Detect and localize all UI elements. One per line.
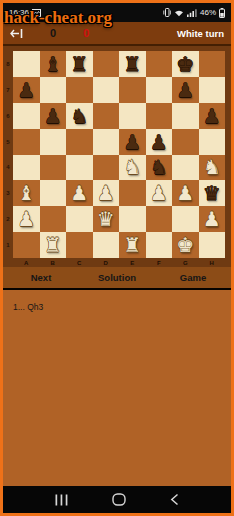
vibrate-icon — [163, 8, 171, 17]
white-rook: ♜ — [44, 235, 62, 255]
move-text: 1... Qh3 — [13, 302, 43, 312]
square-b7[interactable] — [40, 77, 67, 103]
back-icon[interactable] — [10, 28, 23, 39]
square-a7[interactable]: ♟ — [13, 77, 40, 103]
rank-label-8: 8 — [3, 51, 13, 77]
app-toolbar: 0 0 White turn — [3, 22, 231, 46]
square-b3[interactable] — [40, 180, 67, 206]
square-b4[interactable] — [40, 155, 67, 181]
square-f1[interactable] — [146, 232, 173, 258]
black-pawn: ♟ — [203, 106, 221, 126]
rank-label-6: 6 — [3, 103, 13, 129]
file-labels: ABCDEFGH — [13, 258, 225, 267]
square-d7[interactable] — [93, 77, 120, 103]
square-f3[interactable]: ♟ — [146, 180, 173, 206]
board-grid: ♝♜♜♚♟♟♟♞♟♟♟♞♞♞♝♟♟♟♟♛♟♛♟♜♜♚ — [13, 51, 225, 258]
square-c8[interactable]: ♜ — [66, 51, 93, 77]
file-label-c: C — [66, 258, 93, 267]
white-queen: ♛ — [97, 209, 115, 229]
black-pawn: ♟ — [123, 132, 141, 152]
square-e3[interactable] — [119, 180, 146, 206]
square-h2[interactable]: ♟ — [199, 206, 226, 232]
rank-labels: 87654321 — [3, 51, 13, 258]
square-g2[interactable] — [172, 206, 199, 232]
square-a1[interactable] — [13, 232, 40, 258]
square-f6[interactable] — [146, 103, 173, 129]
next-button[interactable]: Next — [3, 272, 79, 283]
black-knight: ♞ — [70, 106, 88, 126]
rank-label-5: 5 — [3, 129, 13, 155]
wifi-icon — [174, 9, 184, 17]
home-icon[interactable] — [112, 493, 126, 506]
white-pawn: ♟ — [97, 183, 115, 203]
square-e8[interactable]: ♜ — [119, 51, 146, 77]
square-f7[interactable] — [146, 77, 173, 103]
file-label-e: E — [119, 258, 146, 267]
square-f5[interactable]: ♟ — [146, 129, 173, 155]
counter-secondary: 0 — [83, 27, 89, 39]
square-a4[interactable] — [13, 155, 40, 181]
square-g1[interactable]: ♚ — [172, 232, 199, 258]
white-pawn: ♟ — [150, 183, 168, 203]
square-c2[interactable] — [66, 206, 93, 232]
square-g3[interactable]: ♟ — [172, 180, 199, 206]
square-a5[interactable] — [13, 129, 40, 155]
chess-board: 87654321 ♝♜♜♚♟♟♟♞♟♟♟♞♞♞♝♟♟♟♟♛♟♛♟♜♜♚ ABCD… — [3, 46, 231, 267]
square-b1[interactable]: ♜ — [40, 232, 67, 258]
battery-percent: 46% — [200, 8, 216, 17]
square-a8[interactable] — [13, 51, 40, 77]
move-list: 1... Qh3 — [3, 290, 231, 486]
square-f4[interactable]: ♞ — [146, 155, 173, 181]
square-h1[interactable] — [199, 232, 226, 258]
square-c7[interactable] — [66, 77, 93, 103]
square-h8[interactable] — [199, 51, 226, 77]
square-e6[interactable] — [119, 103, 146, 129]
black-king: ♚ — [176, 54, 194, 74]
rank-label-3: 3 — [3, 180, 13, 206]
black-rook: ♜ — [123, 54, 141, 74]
square-h5[interactable] — [199, 129, 226, 155]
square-e4[interactable]: ♞ — [119, 155, 146, 181]
square-g5[interactable] — [172, 129, 199, 155]
file-label-g: G — [172, 258, 199, 267]
white-pawn: ♟ — [203, 209, 221, 229]
white-pawn: ♟ — [176, 183, 194, 203]
square-g8[interactable]: ♚ — [172, 51, 199, 77]
white-knight: ♞ — [123, 157, 141, 177]
recents-icon[interactable] — [55, 494, 68, 506]
file-label-b: B — [40, 258, 67, 267]
square-d1[interactable] — [93, 232, 120, 258]
battery-icon — [219, 8, 225, 18]
square-h6[interactable]: ♟ — [199, 103, 226, 129]
square-h4[interactable]: ♞ — [199, 155, 226, 181]
square-c6[interactable]: ♞ — [66, 103, 93, 129]
square-b5[interactable] — [40, 129, 67, 155]
square-e5[interactable]: ♟ — [119, 129, 146, 155]
square-c4[interactable] — [66, 155, 93, 181]
square-d6[interactable] — [93, 103, 120, 129]
white-king: ♚ — [176, 235, 194, 255]
square-d5[interactable] — [93, 129, 120, 155]
square-e7[interactable] — [119, 77, 146, 103]
square-d2[interactable]: ♛ — [93, 206, 120, 232]
black-knight: ♞ — [150, 157, 168, 177]
black-bishop: ♝ — [44, 54, 62, 74]
black-pawn: ♟ — [150, 132, 168, 152]
square-f2[interactable] — [146, 206, 173, 232]
square-h3[interactable]: ♛ — [199, 180, 226, 206]
square-f8[interactable] — [146, 51, 173, 77]
black-queen: ♛ — [203, 183, 221, 203]
clock: 16:36 — [9, 8, 29, 17]
black-pawn: ♟ — [17, 80, 35, 100]
status-bar: 16:36 46% — [3, 3, 231, 22]
white-pawn: ♟ — [17, 209, 35, 229]
file-label-h: H — [199, 258, 226, 267]
white-knight: ♞ — [203, 157, 221, 177]
rank-label-2: 2 — [3, 206, 13, 232]
square-g6[interactable] — [172, 103, 199, 129]
rank-label-1: 1 — [3, 232, 13, 258]
back-nav-icon[interactable] — [170, 493, 179, 506]
white-rook: ♜ — [123, 235, 141, 255]
screenshot-icon — [32, 9, 41, 17]
square-g7[interactable]: ♟ — [172, 77, 199, 103]
signal-icon — [187, 9, 197, 17]
file-label-f: F — [146, 258, 173, 267]
black-rook: ♜ — [70, 54, 88, 74]
black-pawn: ♟ — [176, 80, 194, 100]
white-bishop: ♝ — [17, 183, 35, 203]
square-a3[interactable]: ♝ — [13, 180, 40, 206]
square-e1[interactable]: ♜ — [119, 232, 146, 258]
square-d8[interactable] — [93, 51, 120, 77]
solution-button[interactable]: Solution — [79, 272, 155, 283]
rank-label-7: 7 — [3, 77, 13, 103]
square-b2[interactable] — [40, 206, 67, 232]
turn-indicator: White turn — [177, 28, 224, 39]
square-a2[interactable]: ♟ — [13, 206, 40, 232]
square-c5[interactable] — [66, 129, 93, 155]
square-e2[interactable] — [119, 206, 146, 232]
square-c1[interactable] — [66, 232, 93, 258]
square-d3[interactable]: ♟ — [93, 180, 120, 206]
square-b8[interactable]: ♝ — [40, 51, 67, 77]
file-label-d: D — [93, 258, 120, 267]
black-pawn: ♟ — [44, 106, 62, 126]
counter-primary: 0 — [50, 27, 56, 39]
square-b6[interactable]: ♟ — [40, 103, 67, 129]
square-d4[interactable] — [93, 155, 120, 181]
action-bar: Next Solution Game — [3, 267, 231, 290]
android-nav-bar — [3, 486, 231, 513]
phone-screen: hack-cheat.org 16:36 46% — [0, 0, 234, 516]
rank-label-4: 4 — [3, 155, 13, 181]
game-button[interactable]: Game — [155, 272, 231, 283]
square-c3[interactable]: ♟ — [66, 180, 93, 206]
square-g4[interactable] — [172, 155, 199, 181]
square-a6[interactable] — [13, 103, 40, 129]
square-h7[interactable] — [199, 77, 226, 103]
white-pawn: ♟ — [70, 183, 88, 203]
file-label-a: A — [13, 258, 40, 267]
